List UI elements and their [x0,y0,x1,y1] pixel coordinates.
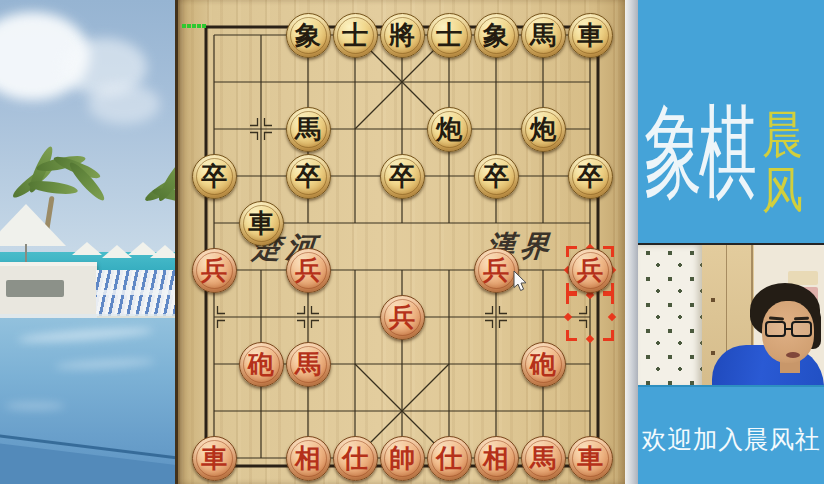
highlight-mark [566,330,577,341]
board-intersection-r1c2[interactable] [285,59,332,106]
board-intersection-r3c4[interactable]: 卒 [379,153,426,200]
beach-umbrella [72,242,102,255]
green-dot [197,24,201,28]
water-reflection [5,402,65,410]
recording-indicator-dots [182,24,206,28]
board-intersection-r9c5[interactable]: 仕 [426,435,473,482]
highlight-mark [566,293,577,304]
board-intersection-r4c7[interactable] [520,200,567,247]
glasses-icon [765,321,812,337]
board-intersection-r9c7[interactable]: 馬 [520,435,567,482]
streamer-mouth [786,352,800,358]
green-dot [182,24,186,28]
board-intersection-r1c6[interactable] [473,59,520,106]
piece-black-soldier[interactable]: 卒 [568,154,613,199]
board-intersection-r1c8[interactable] [567,59,614,106]
piece-red-cannon[interactable]: 砲 [521,342,566,387]
window-edge-strip [625,0,638,484]
board-intersection-r8c5[interactable] [426,388,473,435]
app-window: 楚河 漢界 象士將士象馬車馬炮炮卒卒卒卒卒車兵兵兵兵兵砲馬砲車相仕帥仕相馬車 象… [0,0,824,484]
piece-red-soldier[interactable]: 兵 [286,248,331,293]
beach-umbrella [150,245,178,258]
board-intersection-r9c0[interactable]: 車 [191,435,238,482]
board-intersection-r9c3[interactable]: 仕 [332,435,379,482]
curtain-background [638,245,702,387]
board-intersection-r6c3[interactable] [332,294,379,341]
board-intersection-r4c0[interactable] [191,200,238,247]
board-intersection-r6c2[interactable] [285,294,332,341]
board-intersection-r1c7[interactable] [520,59,567,106]
board-intersection-r7c4[interactable] [379,341,426,388]
board-intersection-r2c4[interactable] [379,106,426,153]
channel-title: 象棋 [644,98,753,206]
board-intersection-r5c6[interactable]: 兵 [473,247,520,294]
board-intersection-r8c4[interactable] [379,388,426,435]
piece-black-elephant[interactable]: 象 [286,13,331,58]
piece-black-chariot[interactable]: 車 [239,201,284,246]
piece-black-general[interactable]: 將 [380,13,425,58]
board-intersection-r6c5[interactable] [426,294,473,341]
highlight-mark [603,330,614,341]
piece-black-advisor[interactable]: 士 [427,13,472,58]
board-intersection-r7c0[interactable] [191,341,238,388]
board-intersection-r9c8[interactable]: 車 [567,435,614,482]
stream-side-panel: 象棋 晨 风 欢迎加入晨风社 [638,0,824,484]
board-intersection-r0c5[interactable]: 士 [426,12,473,59]
piece-red-horse[interactable]: 馬 [286,342,331,387]
board-intersection-r5c8[interactable]: 兵 [567,247,614,294]
board-intersection-r1c4[interactable] [379,59,426,106]
board-intersection-r9c1[interactable] [238,435,285,482]
piece-black-cannon[interactable]: 炮 [427,107,472,152]
board-intersection-r2c3[interactable] [332,106,379,153]
piece-black-horse[interactable]: 馬 [286,107,331,152]
board-intersection-r4c3[interactable] [332,200,379,247]
board-intersection-r4c8[interactable] [567,200,614,247]
subtitle-char: 风 [762,163,803,218]
piece-red-general[interactable]: 帥 [380,436,425,481]
board-intersection-r3c6[interactable]: 卒 [473,153,520,200]
piece-red-soldier[interactable]: 兵 [474,248,519,293]
board-intersection-r5c1[interactable] [238,247,285,294]
board-intersection-r6c0[interactable] [191,294,238,341]
board-intersection-r8c2[interactable] [285,388,332,435]
board-intersection-r5c5[interactable] [426,247,473,294]
piece-red-elephant[interactable]: 相 [286,436,331,481]
piece-black-soldier[interactable]: 卒 [380,154,425,199]
board-intersection-r4c4[interactable] [379,200,426,247]
piece-red-horse[interactable]: 馬 [521,436,566,481]
piece-black-chariot[interactable]: 車 [568,13,613,58]
piece-black-cannon[interactable]: 炮 [521,107,566,152]
board-intersection-r7c1[interactable]: 砲 [238,341,285,388]
subtitle-char: 晨 [762,108,803,163]
piece-black-soldier[interactable]: 卒 [192,154,237,199]
channel-subtitle: 晨 风 [762,108,812,218]
board-intersection-r2c1[interactable] [238,106,285,153]
board-intersection-r0c6[interactable]: 象 [473,12,520,59]
board-intersection-r3c5[interactable] [426,153,473,200]
piece-red-cannon[interactable]: 砲 [239,342,284,387]
pool-bar-shadow [6,280,64,297]
board-intersection-r5c7[interactable] [520,247,567,294]
board-intersection-r7c3[interactable] [332,341,379,388]
board-intersection-r2c7[interactable]: 炮 [520,106,567,153]
piece-red-advisor[interactable]: 仕 [427,436,472,481]
board-intersection-r7c6[interactable] [473,341,520,388]
board-intersection-r4c6[interactable] [473,200,520,247]
board-intersection-r8c0[interactable] [191,388,238,435]
board-intersection-r2c2[interactable]: 馬 [285,106,332,153]
board-intersection-r3c8[interactable]: 卒 [567,153,614,200]
piece-red-elephant[interactable]: 相 [474,436,519,481]
board-intersection-r6c8[interactable] [567,294,614,341]
last-move-highlight [566,293,614,341]
board-intersection-r0c2[interactable]: 象 [285,12,332,59]
board-intersection-r3c0[interactable]: 卒 [191,153,238,200]
piece-red-soldier[interactable]: 兵 [568,248,613,293]
board-intersection-r9c4[interactable]: 帥 [379,435,426,482]
board-intersection-r8c3[interactable] [332,388,379,435]
board-intersection-r4c1[interactable]: 車 [238,200,285,247]
pool-umbrella [0,204,66,246]
board-intersection-r5c3[interactable] [332,247,379,294]
board-intersection-r7c7[interactable]: 砲 [520,341,567,388]
board-intersection-r1c0[interactable] [191,59,238,106]
board-intersection-r0c0[interactable] [191,12,238,59]
piece-black-soldier[interactable]: 卒 [474,154,519,199]
piece-red-chariot[interactable]: 車 [192,436,237,481]
board-intersection-r4c5[interactable] [426,200,473,247]
board-intersection-r2c5[interactable]: 炮 [426,106,473,153]
board-intersection-r9c2[interactable]: 相 [285,435,332,482]
piece-black-horse[interactable]: 馬 [521,13,566,58]
water-reflection [18,325,153,344]
piece-red-chariot[interactable]: 車 [568,436,613,481]
board-intersection-r5c4[interactable] [379,247,426,294]
highlight-mark [603,293,614,304]
board-intersection-r7c2[interactable]: 馬 [285,341,332,388]
green-dot [187,24,191,28]
board-intersection-r2c8[interactable] [567,106,614,153]
board-intersection-r8c1[interactable] [238,388,285,435]
board-intersection-r1c5[interactable] [426,59,473,106]
piece-red-soldier[interactable]: 兵 [192,248,237,293]
board-intersection-r3c7[interactable] [520,153,567,200]
piece-black-advisor[interactable]: 士 [333,13,378,58]
board-intersection-r8c7[interactable] [520,388,567,435]
piece-red-soldier[interactable]: 兵 [380,295,425,340]
board-intersection-r2c0[interactable] [191,106,238,153]
board-intersection-r6c6[interactable] [473,294,520,341]
board-intersection-r7c8[interactable] [567,341,614,388]
green-dot [192,24,196,28]
board-intersection-r8c6[interactable] [473,388,520,435]
green-dot [202,24,206,28]
board-intersection-r2c6[interactable] [473,106,520,153]
board-intersection-r4c2[interactable] [285,200,332,247]
board-intersection-r3c3[interactable] [332,153,379,200]
highlight-mark [563,312,571,320]
board-intersection-r0c1[interactable] [238,12,285,59]
board-intersection-r8c8[interactable] [567,388,614,435]
board-intersection-r9c6[interactable]: 相 [473,435,520,482]
lounge-chairs [96,270,178,316]
board-intersection-r0c7[interactable]: 馬 [520,12,567,59]
board-intersection-r5c0[interactable]: 兵 [191,247,238,294]
board-grid: 象士將士象馬車馬炮炮卒卒卒卒卒車兵兵兵兵兵砲馬砲車相仕帥仕相馬車 [191,12,614,482]
board-intersection-r1c3[interactable] [332,59,379,106]
piece-black-soldier[interactable]: 卒 [286,154,331,199]
webcam-video [638,243,824,387]
board-intersection-r0c3[interactable]: 士 [332,12,379,59]
piece-red-advisor[interactable]: 仕 [333,436,378,481]
swimming-pool [0,318,178,484]
board-intersection-r6c4[interactable]: 兵 [379,294,426,341]
welcome-banner: 欢迎加入晨风社 [638,423,824,456]
beach-photo [0,0,178,484]
piece-black-elephant[interactable]: 象 [474,13,519,58]
board-intersection-r0c8[interactable]: 車 [567,12,614,59]
water-reflection [55,357,155,370]
board-intersection-r6c1[interactable] [238,294,285,341]
board-intersection-r1c1[interactable] [238,59,285,106]
board-intersection-r7c5[interactable] [426,341,473,388]
board-intersection-r6c7[interactable] [520,294,567,341]
board-intersection-r5c2[interactable]: 兵 [285,247,332,294]
glasses-lens [791,321,812,337]
cloud [88,84,160,124]
board-intersection-r3c2[interactable]: 卒 [285,153,332,200]
board-intersection-r0c4[interactable]: 將 [379,12,426,59]
glasses-lens [765,321,786,337]
board-intersection-r3c1[interactable] [238,153,285,200]
